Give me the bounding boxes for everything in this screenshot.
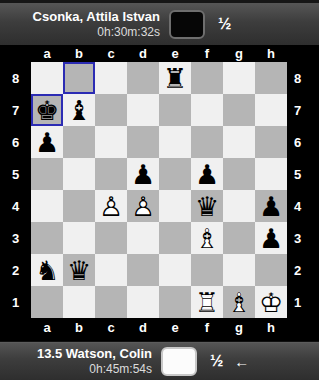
- square-b7[interactable]: ♝: [63, 94, 95, 126]
- rank-label-4: 4: [287, 190, 319, 222]
- square-h1[interactable]: ♚♔: [255, 286, 287, 318]
- black-color-indicator: [169, 10, 205, 39]
- square-e4[interactable]: [159, 190, 191, 222]
- rank-label-8: 8: [287, 62, 319, 94]
- rank-label-5: 5: [287, 158, 319, 190]
- square-d1[interactable]: [127, 286, 159, 318]
- file-label-d: d: [127, 321, 159, 334]
- file-labels-bottom: abcdefgh: [31, 318, 319, 341]
- piece-white-rook: ♖: [191, 286, 223, 318]
- square-e2[interactable]: [159, 254, 191, 286]
- bottom-player-bar: 13.5 Watson, Colin 0h:45m:54s ½ ←: [0, 341, 319, 380]
- top-player-clock: 0h:30m:32s: [0, 25, 160, 39]
- square-f4[interactable]: ♛: [191, 190, 223, 222]
- rank-label-3: 3: [287, 222, 319, 254]
- piece-white-bishop: ♗: [223, 286, 255, 318]
- piece-black-queen: ♛: [191, 190, 223, 222]
- rank-label-2: 2: [0, 254, 31, 286]
- square-b8[interactable]: [63, 62, 95, 94]
- piece-black-pawn: ♟: [255, 190, 287, 222]
- piece-black-pawn: ♟: [31, 126, 63, 158]
- top-player-text: Csonka, Attila Istvan 0h:30m:32s: [0, 9, 160, 39]
- square-d6[interactable]: [127, 126, 159, 158]
- square-e5[interactable]: [159, 158, 191, 190]
- file-label-h: h: [255, 321, 287, 334]
- square-e7[interactable]: [159, 94, 191, 126]
- rank-label-1: 1: [287, 286, 319, 318]
- square-c2[interactable]: [95, 254, 127, 286]
- square-g4[interactable]: [223, 190, 255, 222]
- square-b3[interactable]: [63, 222, 95, 254]
- square-g1[interactable]: ♝♗: [223, 286, 255, 318]
- square-g7[interactable]: [223, 94, 255, 126]
- piece-white-bishop: ♗: [191, 222, 223, 254]
- square-g6[interactable]: [223, 126, 255, 158]
- piece-white-pawn: ♙: [95, 190, 127, 222]
- file-label-c: c: [95, 47, 127, 60]
- file-label-d: d: [127, 47, 159, 60]
- square-d7[interactable]: [127, 94, 159, 126]
- piece-black-king: ♚: [31, 94, 63, 126]
- square-h8[interactable]: [255, 62, 287, 94]
- square-b2[interactable]: ♛: [63, 254, 95, 286]
- piece-white-rook-fill: ♜: [191, 286, 223, 318]
- rank-labels-right: 87654321: [287, 62, 319, 318]
- square-c8[interactable]: [95, 62, 127, 94]
- square-a3[interactable]: [31, 222, 63, 254]
- file-label-f: f: [191, 321, 223, 334]
- square-c3[interactable]: [95, 222, 127, 254]
- piece-white-bishop-fill: ♝: [191, 222, 223, 254]
- piece-black-rook: ♜: [159, 62, 191, 94]
- square-d2[interactable]: [127, 254, 159, 286]
- file-label-a: a: [31, 321, 63, 334]
- piece-white-king: ♔: [255, 286, 287, 318]
- piece-black-pawn: ♟: [255, 222, 287, 254]
- file-label-g: g: [223, 47, 255, 60]
- file-label-b: b: [63, 47, 95, 60]
- rank-label-6: 6: [0, 126, 31, 158]
- square-h3[interactable]: ♟: [255, 222, 287, 254]
- square-g2[interactable]: [223, 254, 255, 286]
- piece-white-pawn-fill: ♟: [95, 190, 127, 222]
- square-b5[interactable]: [63, 158, 95, 190]
- rank-label-6: 6: [287, 126, 319, 158]
- white-color-indicator: [161, 347, 197, 376]
- square-a6[interactable]: ♟: [31, 126, 63, 158]
- square-h4[interactable]: ♟: [255, 190, 287, 222]
- piece-white-pawn-fill: ♟: [127, 190, 159, 222]
- file-label-e: e: [159, 321, 191, 334]
- square-a7[interactable]: ♚: [31, 94, 63, 126]
- piece-white-bishop-fill: ♝: [223, 286, 255, 318]
- square-d3[interactable]: [127, 222, 159, 254]
- file-label-g: g: [223, 321, 255, 334]
- top-player-score: ½: [218, 15, 231, 33]
- rank-labels-left: 87654321: [0, 62, 31, 318]
- square-c6[interactable]: [95, 126, 127, 158]
- rank-label-8: 8: [0, 62, 31, 94]
- piece-white-pawn: ♙: [127, 190, 159, 222]
- piece-white-king-fill: ♚: [255, 286, 287, 318]
- square-c1[interactable]: [95, 286, 127, 318]
- file-label-e: e: [159, 47, 191, 60]
- square-h7[interactable]: [255, 94, 287, 126]
- square-h5[interactable]: [255, 158, 287, 190]
- piece-black-queen: ♛: [63, 254, 95, 286]
- file-label-a: a: [31, 47, 63, 60]
- square-b1[interactable]: [63, 286, 95, 318]
- square-f6[interactable]: [191, 126, 223, 158]
- bottom-player-clock: 0h:45m:54s: [0, 362, 152, 376]
- piece-black-knight: ♞: [31, 254, 63, 286]
- bottom-player-score: ½: [210, 352, 223, 370]
- square-g8[interactable]: [223, 62, 255, 94]
- square-h6[interactable]: [255, 126, 287, 158]
- piece-black-bishop: ♝: [63, 94, 95, 126]
- square-f1[interactable]: ♜♖: [191, 286, 223, 318]
- file-label-b: b: [63, 321, 95, 334]
- chess-board: ♜♚♝♟♟♟♟♙♟♙♛♟♝♗♟♞♛♜♖♝♗♚♔: [31, 62, 287, 318]
- square-a8[interactable]: [31, 62, 63, 94]
- top-player-name: Csonka, Attila Istvan: [0, 9, 160, 25]
- square-a5[interactable]: [31, 158, 63, 190]
- top-player-bar: Csonka, Attila Istvan 0h:30m:32s ½: [0, 0, 319, 45]
- bottom-player-name: 13.5 Watson, Colin: [0, 346, 152, 362]
- square-f5[interactable]: ♟: [191, 158, 223, 190]
- square-f3[interactable]: ♝♗: [191, 222, 223, 254]
- square-d4[interactable]: ♟♙: [127, 190, 159, 222]
- square-f2[interactable]: [191, 254, 223, 286]
- chess-viewer-window: Csonka, Attila Istvan 0h:30m:32s ½ abcde…: [0, 0, 319, 380]
- piece-black-pawn: ♟: [191, 158, 223, 190]
- square-e3[interactable]: [159, 222, 191, 254]
- rank-label-7: 7: [0, 94, 31, 126]
- square-e6[interactable]: [159, 126, 191, 158]
- rank-label-7: 7: [287, 94, 319, 126]
- bottom-player-text: 13.5 Watson, Colin 0h:45m:54s: [0, 346, 152, 376]
- square-e1[interactable]: [159, 286, 191, 318]
- rank-label-5: 5: [0, 158, 31, 190]
- piece-black-pawn: ♟: [127, 158, 159, 190]
- square-h2[interactable]: [255, 254, 287, 286]
- board-frame: abcdefgh 87654321 ♜♚♝♟♟♟♟♙♟♙♛♟♝♗♟♞♛♜♖♝♗♚…: [0, 45, 319, 341]
- square-d8[interactable]: [127, 62, 159, 94]
- square-d5[interactable]: ♟: [127, 158, 159, 190]
- file-labels-top: abcdefgh: [31, 45, 319, 62]
- square-f8[interactable]: [191, 62, 223, 94]
- square-a2[interactable]: ♞: [31, 254, 63, 286]
- square-a4[interactable]: [31, 190, 63, 222]
- rank-label-2: 2: [287, 254, 319, 286]
- square-g3[interactable]: [223, 222, 255, 254]
- square-g5[interactable]: [223, 158, 255, 190]
- to-move-arrow-icon: ←: [234, 353, 249, 370]
- square-b4[interactable]: [63, 190, 95, 222]
- square-c4[interactable]: ♟♙: [95, 190, 127, 222]
- square-e8[interactable]: ♜: [159, 62, 191, 94]
- rank-label-3: 3: [0, 222, 31, 254]
- square-b6[interactable]: [63, 126, 95, 158]
- rank-label-1: 1: [0, 286, 31, 318]
- file-label-f: f: [191, 47, 223, 60]
- file-label-c: c: [95, 321, 127, 334]
- square-c5[interactable]: [95, 158, 127, 190]
- file-label-h: h: [255, 47, 287, 60]
- square-a1[interactable]: [31, 286, 63, 318]
- square-c7[interactable]: [95, 94, 127, 126]
- rank-label-4: 4: [0, 190, 31, 222]
- square-f7[interactable]: [191, 94, 223, 126]
